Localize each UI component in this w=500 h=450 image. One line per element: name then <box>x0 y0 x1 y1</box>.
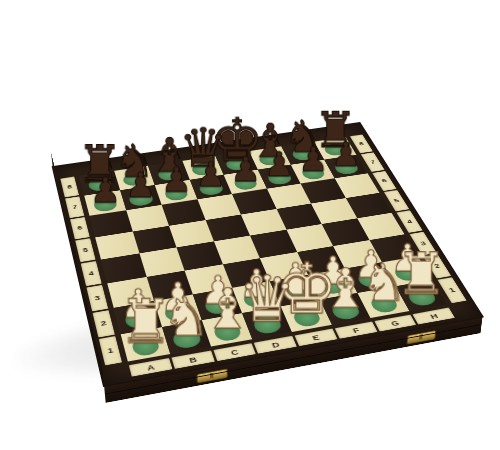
rank-label-6: 6 <box>70 217 90 240</box>
piece-black-pawn[interactable]: ♟ <box>230 153 260 187</box>
rank-label-5: 5 <box>75 238 96 262</box>
piece-black-pawn[interactable]: ♟ <box>331 138 361 171</box>
rank-label-4: 4 <box>81 261 102 286</box>
square-c4[interactable] <box>176 241 222 270</box>
piece-white-rook[interactable]: ♜ <box>118 292 172 353</box>
rank-label-7: 7 <box>65 196 84 218</box>
photo-background: 87654321 87654321 ABCDEFGH ♜♞♝♛♚♝♞♜♟♟♟♟♟… <box>0 0 500 450</box>
piece-black-pawn[interactable]: ♟ <box>125 168 156 203</box>
rank-label-3: 3 <box>86 285 108 311</box>
perspective-wrapper: 87654321 87654321 ABCDEFGH ♜♞♝♛♚♝♞♜♟♟♟♟♟… <box>0 0 500 450</box>
piece-black-pawn[interactable]: ♟ <box>90 173 121 208</box>
chess-board: 87654321 87654321 ABCDEFGH ♜♞♝♛♚♝♞♜♟♟♟♟♟… <box>52 122 484 387</box>
piece-black-pawn[interactable]: ♟ <box>298 143 328 177</box>
piece-black-pawn[interactable]: ♟ <box>161 163 192 197</box>
rank-label-2: 2 <box>92 310 115 338</box>
brass-hinge-icon <box>406 330 436 344</box>
square-c5[interactable] <box>169 220 214 248</box>
square-d5[interactable] <box>205 214 250 241</box>
piece-black-pawn[interactable]: ♟ <box>264 148 294 182</box>
piece-black-pawn[interactable]: ♟ <box>196 158 227 192</box>
brass-hinge-icon <box>196 368 227 383</box>
square-a1[interactable]: ♜ <box>121 327 170 362</box>
